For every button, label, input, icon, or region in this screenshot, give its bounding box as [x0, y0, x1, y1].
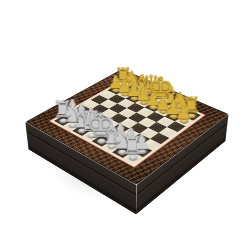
scene: ♜♞♝♛♚♝♞♜♟♟♟♟♟♟♟♟♟♟♟♟♟♟♟♟♜♞♝♛♚♝♞♜ [0, 0, 240, 240]
gold-pawn-icon: ♟ [161, 102, 205, 121]
silver-rook-icon: ♜ [108, 134, 157, 158]
chess-set-product-photo: ♜♞♝♛♚♝♞♜♟♟♟♟♟♟♟♟♟♟♟♟♟♟♟♟♜♞♝♛♚♝♞♜ [0, 0, 240, 240]
